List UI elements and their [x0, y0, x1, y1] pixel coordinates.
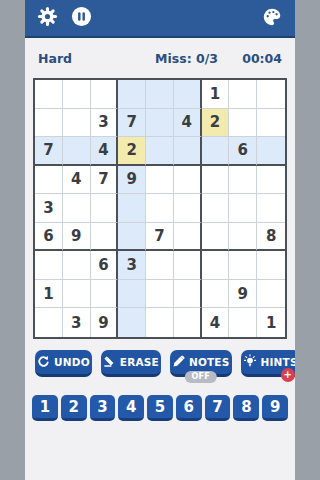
sudoku-cell-r3c1[interactable]: 7 — [35, 137, 63, 166]
undo-label: UNDO — [54, 356, 90, 368]
numpad-key-6[interactable]: 6 — [176, 395, 202, 421]
sudoku-cell-r8c4[interactable] — [118, 280, 146, 309]
hints-button[interactable]: HINTS + — [241, 350, 295, 377]
numpad-key-1[interactable]: 1 — [32, 395, 58, 421]
sudoku-cell-r3c2[interactable] — [63, 137, 91, 166]
action-bar: UNDO ERASE NOTES OFF — [25, 350, 295, 377]
sudoku-cell-r6c3[interactable] — [91, 223, 119, 252]
eraser-icon — [103, 355, 116, 370]
sudoku-cell-r1c6[interactable] — [174, 80, 202, 109]
sudoku-cell-r8c3[interactable] — [91, 280, 119, 309]
timer: 00:04 — [230, 51, 282, 66]
sudoku-cell-r2c4[interactable]: 7 — [118, 109, 146, 138]
sudoku-cell-r9c3[interactable]: 9 — [91, 308, 119, 337]
sudoku-cell-r6c7[interactable] — [202, 223, 230, 252]
undo-icon — [37, 355, 50, 370]
sudoku-cell-r5c2[interactable] — [63, 194, 91, 223]
sudoku-cell-r5c7[interactable] — [202, 194, 230, 223]
sudoku-cell-r1c7[interactable]: 1 — [202, 80, 230, 109]
sudoku-cell-r7c5[interactable] — [146, 251, 174, 280]
sudoku-cell-r4c7[interactable] — [202, 166, 230, 195]
sudoku-cell-r7c7[interactable] — [202, 251, 230, 280]
sudoku-cell-r5c8[interactable] — [229, 194, 257, 223]
sudoku-cell-r5c4[interactable] — [118, 194, 146, 223]
sudoku-cell-r3c8[interactable]: 6 — [229, 137, 257, 166]
sudoku-cell-r3c9[interactable] — [257, 137, 285, 166]
hints-label: HINTS — [261, 356, 295, 368]
sudoku-cell-r8c7[interactable] — [202, 280, 230, 309]
hints-plus-badge[interactable]: + — [281, 368, 295, 382]
erase-label: ERASE — [120, 356, 159, 368]
sudoku-cell-r1c9[interactable] — [257, 80, 285, 109]
sudoku-cell-r9c6[interactable] — [174, 308, 202, 337]
sudoku-cell-r4c2[interactable]: 4 — [63, 166, 91, 195]
sudoku-cell-r1c3[interactable] — [91, 80, 119, 109]
sudoku-cell-r9c4[interactable] — [118, 308, 146, 337]
sudoku-cell-r3c6[interactable] — [174, 137, 202, 166]
sudoku-cell-r7c6[interactable] — [174, 251, 202, 280]
erase-button[interactable]: ERASE — [101, 350, 161, 377]
sudoku-cell-r7c3[interactable]: 6 — [91, 251, 119, 280]
sudoku-cell-r7c2[interactable] — [63, 251, 91, 280]
sudoku-cell-r8c1[interactable]: 1 — [35, 280, 63, 309]
sudoku-cell-r5c1[interactable]: 3 — [35, 194, 63, 223]
numpad-key-4[interactable]: 4 — [118, 395, 144, 421]
sudoku-cell-r7c4[interactable]: 3 — [118, 251, 146, 280]
pause-icon — [71, 6, 92, 30]
sudoku-cell-r2c9[interactable] — [257, 109, 285, 138]
sudoku-cell-r6c4[interactable] — [118, 223, 146, 252]
theme-button[interactable] — [261, 6, 283, 31]
sudoku-cell-r8c5[interactable] — [146, 280, 174, 309]
sudoku-cell-r8c8[interactable]: 9 — [229, 280, 257, 309]
sudoku-cell-r1c4[interactable] — [118, 80, 146, 109]
settings-button[interactable] — [37, 6, 58, 30]
sudoku-cell-r9c5[interactable] — [146, 308, 174, 337]
sudoku-cell-r3c5[interactable] — [146, 137, 174, 166]
sudoku-cell-r6c8[interactable] — [229, 223, 257, 252]
sudoku-cell-r2c2[interactable] — [63, 109, 91, 138]
numpad-key-2[interactable]: 2 — [61, 395, 87, 421]
sudoku-cell-r6c2[interactable]: 9 — [63, 223, 91, 252]
sudoku-cell-r1c8[interactable] — [229, 80, 257, 109]
sudoku-cell-r7c1[interactable] — [35, 251, 63, 280]
sudoku-cell-r4c5[interactable] — [146, 166, 174, 195]
sudoku-cell-r2c5[interactable] — [146, 109, 174, 138]
notes-label: NOTES — [189, 356, 230, 368]
sudoku-cell-r2c8[interactable] — [229, 109, 257, 138]
numpad-key-8[interactable]: 8 — [233, 395, 259, 421]
sudoku-cell-r2c6[interactable]: 4 — [174, 109, 202, 138]
sudoku-cell-r9c1[interactable] — [35, 308, 63, 337]
sudoku-cell-r8c9[interactable] — [257, 280, 285, 309]
sudoku-cell-r2c3[interactable]: 3 — [91, 109, 119, 138]
numpad-key-9[interactable]: 9 — [262, 395, 288, 421]
sudoku-grid[interactable]: 1374274264793697863193941 — [33, 78, 287, 339]
sudoku-cell-r9c7[interactable]: 4 — [202, 308, 230, 337]
pen-icon — [172, 355, 185, 370]
sudoku-cell-r1c2[interactable] — [63, 80, 91, 109]
top-bar — [25, 0, 295, 38]
top-bar-left — [37, 6, 92, 30]
sudoku-cell-r3c3[interactable]: 4 — [91, 137, 119, 166]
sudoku-cell-r5c6[interactable] — [174, 194, 202, 223]
notes-off-badge[interactable]: OFF — [185, 371, 217, 383]
gear-icon — [37, 6, 58, 30]
sudoku-cell-r4c6[interactable] — [174, 166, 202, 195]
numpad-key-3[interactable]: 3 — [90, 395, 116, 421]
sudoku-cell-r8c2[interactable] — [63, 280, 91, 309]
sudoku-cell-r9c2[interactable]: 3 — [63, 308, 91, 337]
sudoku-cell-r6c5[interactable]: 7 — [146, 223, 174, 252]
sudoku-cell-r4c9[interactable] — [257, 166, 285, 195]
undo-button[interactable]: UNDO — [35, 350, 92, 377]
sudoku-cell-r5c3[interactable] — [91, 194, 119, 223]
pause-button[interactable] — [71, 6, 92, 30]
sudoku-cell-r6c9[interactable]: 8 — [257, 223, 285, 252]
sudoku-cell-r1c1[interactable] — [35, 80, 63, 109]
sudoku-cell-r9c9[interactable]: 1 — [257, 308, 285, 337]
sudoku-app: Hard Miss: 0/3 00:04 1374274264793697863… — [25, 0, 295, 480]
sudoku-cell-r2c7[interactable]: 2 — [202, 109, 230, 138]
sudoku-cell-r6c1[interactable]: 6 — [35, 223, 63, 252]
sudoku-cell-r1c5[interactable] — [146, 80, 174, 109]
sudoku-cell-r4c3[interactable]: 7 — [91, 166, 119, 195]
miss-counter: Miss: 0/3 — [143, 51, 230, 66]
sudoku-cell-r9c8[interactable] — [229, 308, 257, 337]
numpad-key-5[interactable]: 5 — [147, 395, 173, 421]
sudoku-cell-r8c6[interactable] — [174, 280, 202, 309]
sudoku-cell-r5c9[interactable] — [257, 194, 285, 223]
board-area: 1374274264793697863193941 — [25, 78, 295, 339]
palette-icon — [261, 6, 283, 31]
sudoku-cell-r4c1[interactable] — [35, 166, 63, 195]
sudoku-cell-r7c8[interactable] — [229, 251, 257, 280]
status-bar: Hard Miss: 0/3 00:04 — [25, 38, 295, 78]
lightbulb-icon — [243, 354, 257, 370]
sudoku-cell-r2c1[interactable] — [35, 109, 63, 138]
number-pad: 123456789 — [25, 395, 295, 421]
sudoku-cell-r3c7[interactable] — [202, 137, 230, 166]
numpad-key-7[interactable]: 7 — [205, 395, 231, 421]
sudoku-cell-r4c8[interactable] — [229, 166, 257, 195]
sudoku-cell-r5c5[interactable] — [146, 194, 174, 223]
sudoku-cell-r4c4[interactable]: 9 — [118, 166, 146, 195]
sudoku-cell-r7c9[interactable] — [257, 251, 285, 280]
difficulty-label: Hard — [38, 51, 143, 66]
notes-button[interactable]: NOTES OFF — [170, 350, 232, 377]
sudoku-cell-r6c6[interactable] — [174, 223, 202, 252]
sudoku-cell-r3c4[interactable]: 2 — [118, 137, 146, 166]
